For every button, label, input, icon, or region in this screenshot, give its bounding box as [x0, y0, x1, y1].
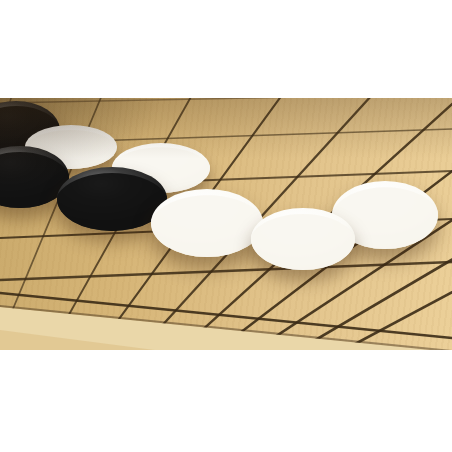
white-stone-glyph: ● [151, 189, 263, 257]
white-go-stone: ● [251, 208, 355, 270]
white-go-stone: ● [151, 189, 263, 257]
photo-mat-bottom [0, 350, 452, 452]
white-stone-glyph: ● [251, 208, 355, 270]
go-board-photo-page: { "game": "go", "scene": "close-up low-a… [0, 0, 452, 452]
photo-mat-top [0, 0, 452, 98]
go-board-photo: ●●●●●●●● [0, 98, 452, 350]
